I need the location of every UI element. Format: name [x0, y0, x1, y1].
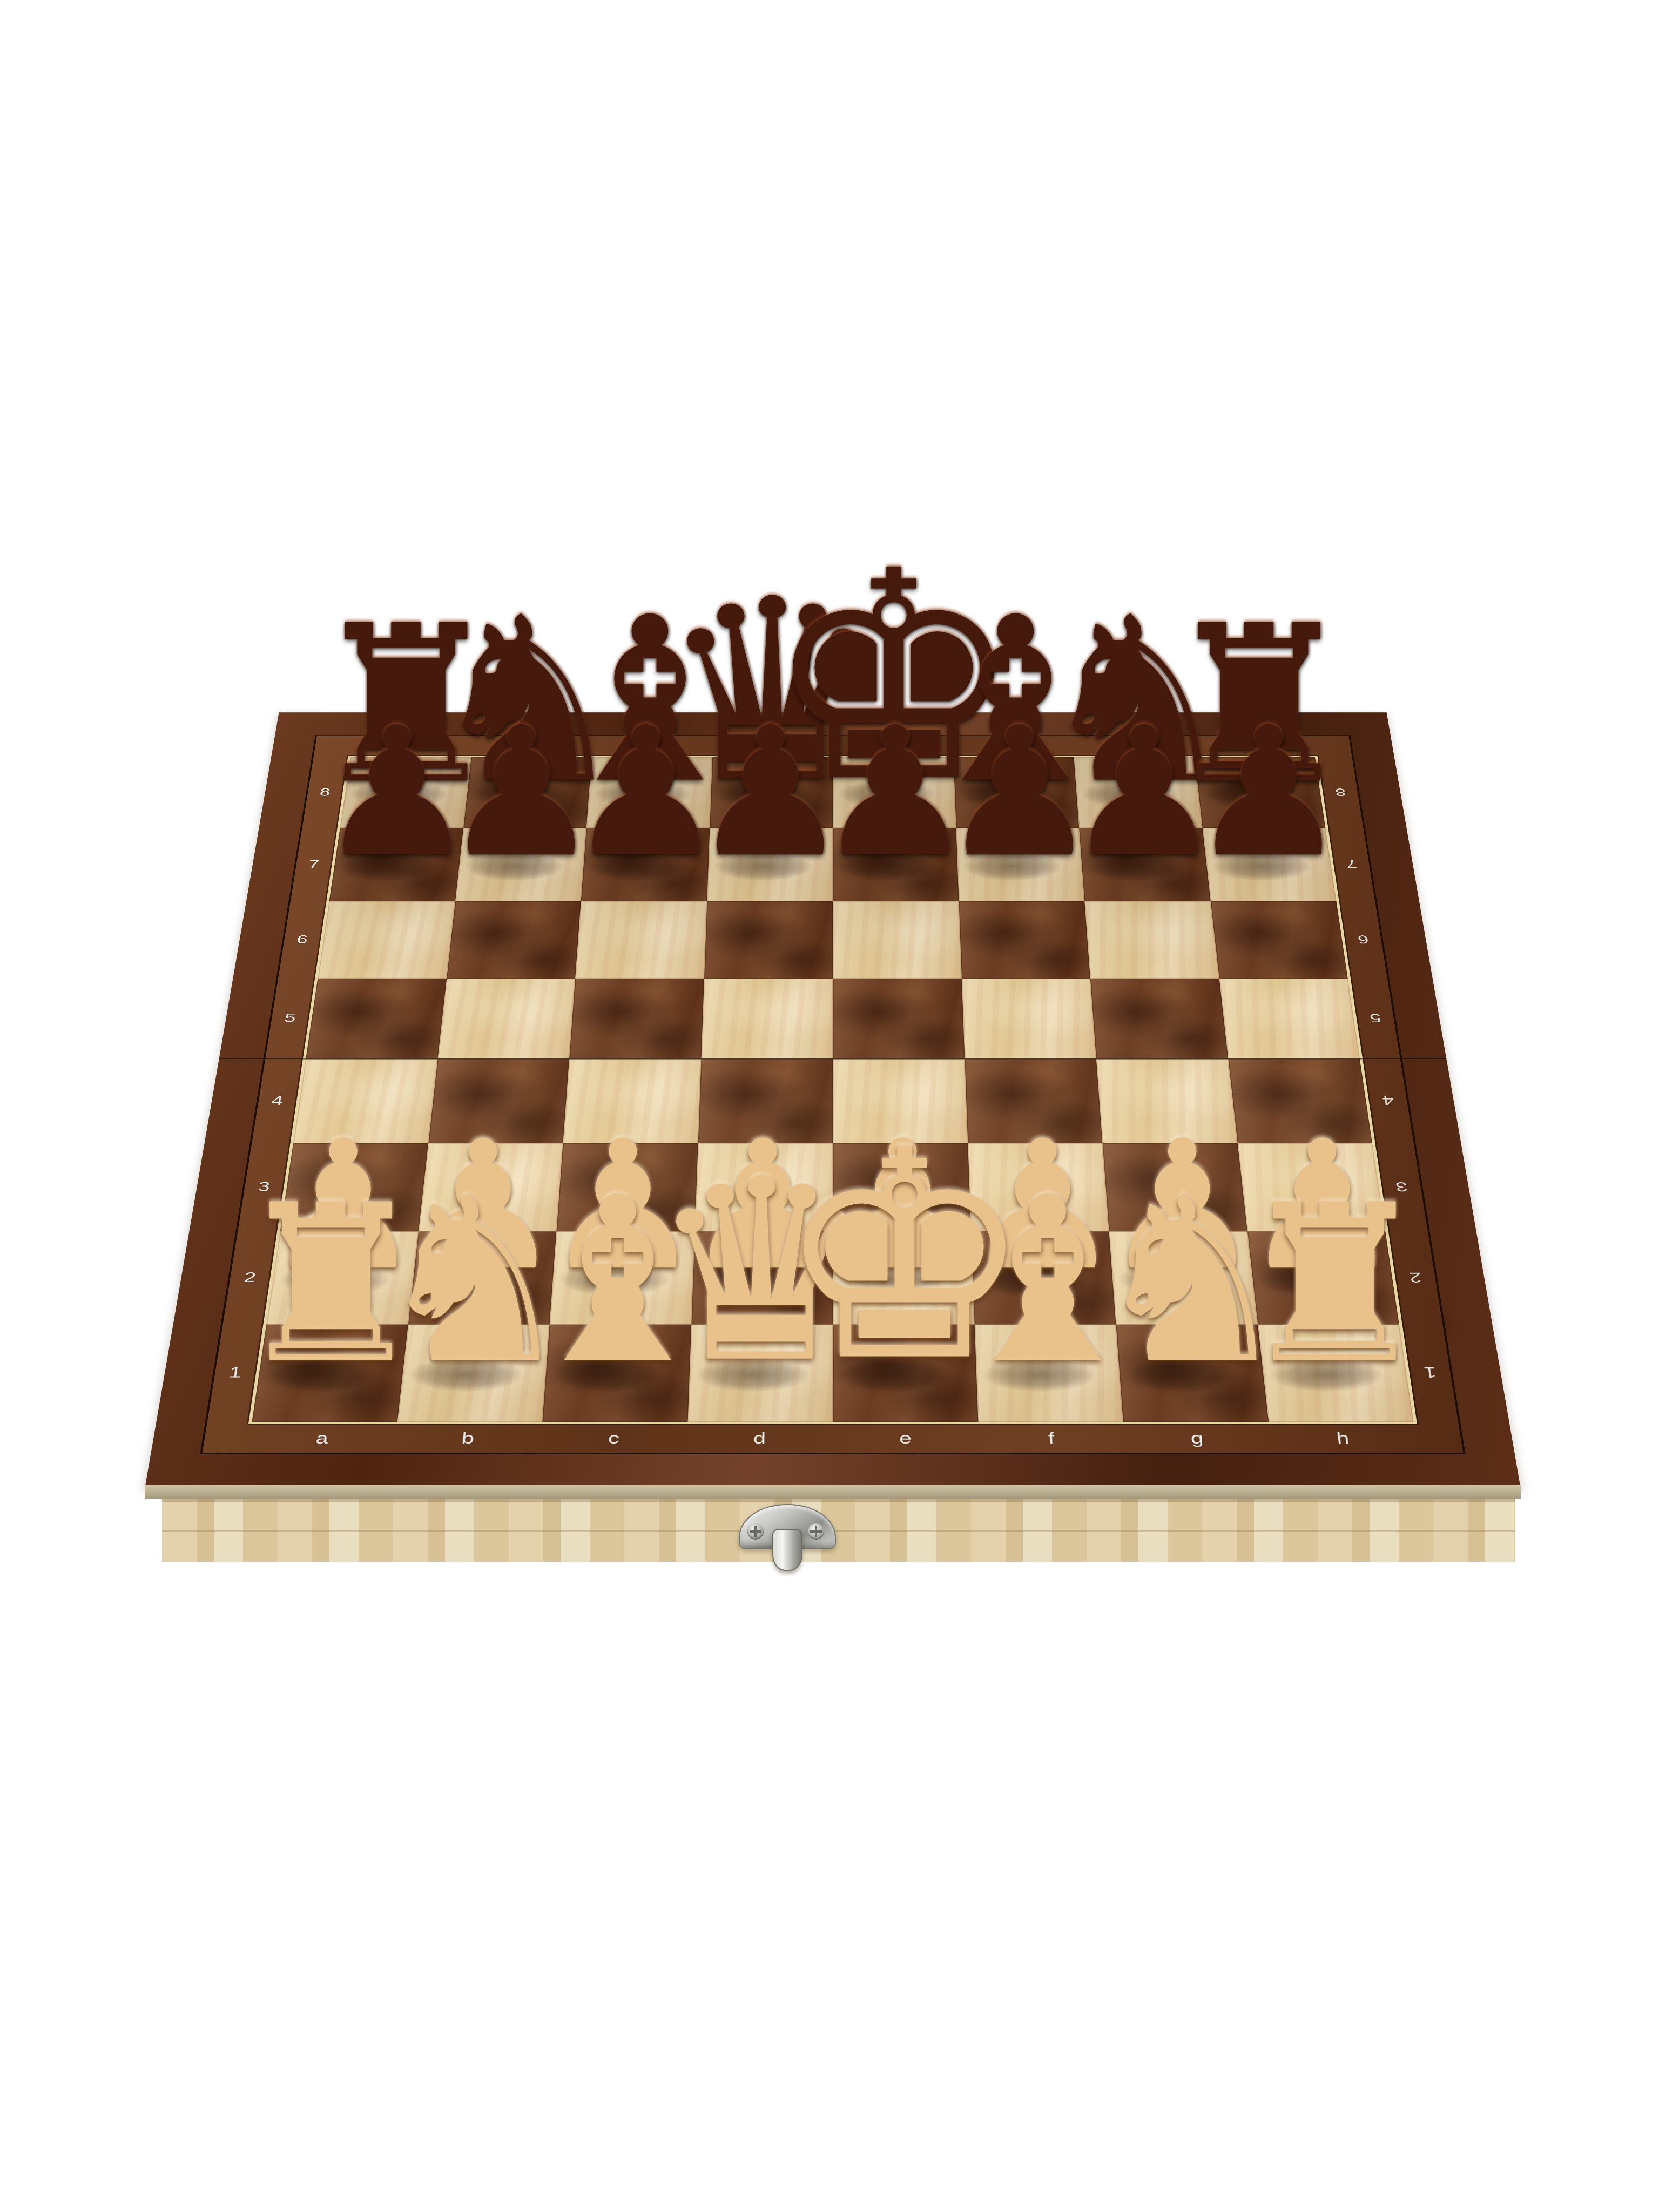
piece-white-rook-h1[interactable]: ♜ [1237, 1177, 1432, 1394]
product-photo-scene: aabbccddeeffgghh1122334455667788 ♜♞♝♛♚♝♞… [0, 0, 1659, 2212]
pieces-layer: ♜♞♝♛♚♝♞♜♟♟♟♟♟♟♟♟♟♟♟♟♟♟♟♟♜♞♝♛♚♝♞♜ [0, 0, 1659, 2212]
piece-black-pawn-h7[interactable]: ♟ [1189, 704, 1348, 882]
